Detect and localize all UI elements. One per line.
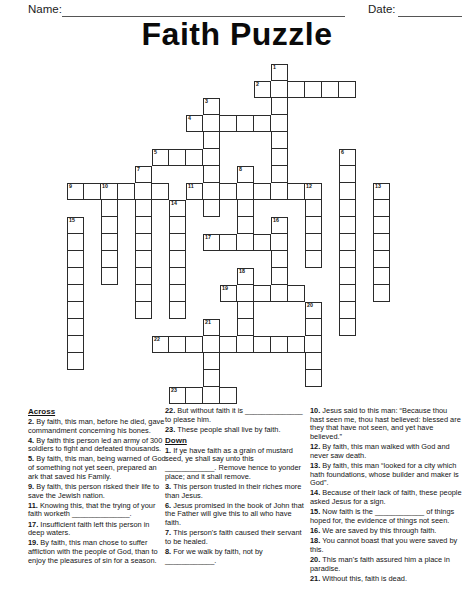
grid-cell[interactable] xyxy=(305,251,322,268)
grid-cell[interactable] xyxy=(305,336,322,353)
grid-cell[interactable] xyxy=(203,200,220,217)
grid-cell[interactable] xyxy=(186,387,203,404)
grid-cell[interactable] xyxy=(271,166,288,183)
clue-item: 6. Jesus promised in the book of John th… xyxy=(165,502,307,528)
grid-cell[interactable] xyxy=(288,285,305,302)
grid-cell[interactable] xyxy=(305,200,322,217)
grid-cell[interactable] xyxy=(271,285,288,302)
clue-item: 14. Because of their lack of faith, thes… xyxy=(310,489,462,506)
grid-cell[interactable]: 14 xyxy=(169,200,186,217)
grid-cell[interactable] xyxy=(135,285,152,302)
grid-cell[interactable] xyxy=(373,200,390,217)
down-clues-list-2: 10. Jesus said to this man: “Because tho… xyxy=(310,407,462,583)
grid-cell[interactable] xyxy=(271,98,288,115)
grid-cell[interactable] xyxy=(254,183,271,200)
grid-cell[interactable] xyxy=(67,336,84,353)
grid-cell[interactable] xyxy=(271,268,288,285)
down-heading: Down xyxy=(165,436,307,445)
grid-cell[interactable] xyxy=(67,319,84,336)
grid-cell[interactable] xyxy=(339,183,356,200)
cell-number: 15 xyxy=(69,218,75,223)
grid-cell[interactable] xyxy=(101,268,118,285)
grid-cell[interactable] xyxy=(288,81,305,98)
grid-cell[interactable] xyxy=(373,234,390,251)
cell-number: 7 xyxy=(137,167,140,172)
clue-item: 10. Jesus said to this man: “Because tho… xyxy=(310,407,462,442)
grid-cell[interactable] xyxy=(135,234,152,251)
clue-item: 8. For we walk by faith, not by ________… xyxy=(165,548,307,565)
grid-cell[interactable] xyxy=(169,217,186,234)
name-label: Name: xyxy=(28,3,62,15)
clue-item: 15. Now faith is the ____________ of thi… xyxy=(310,508,462,525)
grid-cell[interactable] xyxy=(271,336,288,353)
cell-number: 13 xyxy=(375,184,381,189)
grid-cell[interactable] xyxy=(169,149,186,166)
grid-cell[interactable] xyxy=(237,217,254,234)
grid-cell[interactable] xyxy=(169,268,186,285)
grid-cell[interactable] xyxy=(220,115,237,132)
grid-cell[interactable] xyxy=(271,115,288,132)
page-title: Faith Puzzle xyxy=(0,16,474,53)
grid-cell[interactable] xyxy=(237,234,254,251)
cell-number: 4 xyxy=(188,116,191,121)
grid-cell[interactable] xyxy=(288,183,305,200)
grid-cell[interactable]: 15 xyxy=(67,217,84,234)
grid-cell[interactable] xyxy=(101,251,118,268)
grid-cell[interactable] xyxy=(203,336,220,353)
cell-number: 12 xyxy=(306,184,312,189)
grid-cell[interactable] xyxy=(67,302,84,319)
cell-number: 3 xyxy=(205,99,208,104)
grid-cell[interactable] xyxy=(339,81,356,98)
grid-cell[interactable] xyxy=(237,115,254,132)
grid-cell[interactable] xyxy=(203,183,220,200)
grid-cell[interactable] xyxy=(271,149,288,166)
grid-cell[interactable] xyxy=(254,115,271,132)
grid-cell[interactable]: 3 xyxy=(203,98,220,115)
clue-item: 12. By faith, this man walked with God a… xyxy=(310,443,462,460)
cell-number: 11 xyxy=(188,184,194,189)
grid-cell[interactable] xyxy=(203,115,220,132)
grid-cell[interactable] xyxy=(305,353,322,370)
clue-item: 22. But without faith it is ____________… xyxy=(165,407,307,424)
cell-number: 22 xyxy=(154,337,160,342)
grid-cell[interactable] xyxy=(203,132,220,149)
grid-cell[interactable] xyxy=(237,319,254,336)
grid-cell[interactable] xyxy=(373,251,390,268)
grid-cell[interactable] xyxy=(339,234,356,251)
grid-cell[interactable] xyxy=(67,234,84,251)
grid-cell[interactable] xyxy=(237,336,254,353)
grid-cell[interactable] xyxy=(237,183,254,200)
grid-cell[interactable] xyxy=(271,81,288,98)
grid-cell[interactable]: 11 xyxy=(186,183,203,200)
grid-cell[interactable] xyxy=(186,336,203,353)
grid-cell[interactable] xyxy=(169,234,186,251)
grid-cell[interactable] xyxy=(220,183,237,200)
grid-cell[interactable] xyxy=(305,81,322,98)
clue-item: 1. If ye have faith as a grain of mustar… xyxy=(165,447,307,482)
grid-cell[interactable] xyxy=(135,183,152,200)
grid-cell[interactable]: 1 xyxy=(271,64,288,81)
grid-cell[interactable] xyxy=(373,268,390,285)
worksheet-page: Name: Date: Faith Puzzle 123456789101112… xyxy=(0,0,474,613)
grid-cell[interactable] xyxy=(288,336,305,353)
grid-cell[interactable] xyxy=(305,217,322,234)
grid-cell[interactable] xyxy=(84,183,101,200)
cell-number: 21 xyxy=(205,320,211,325)
grid-cell[interactable] xyxy=(220,234,237,251)
clue-item: 20. This man's faith assured him a place… xyxy=(310,556,462,573)
cell-number: 18 xyxy=(239,269,245,274)
across-clues-list-1: 2. By faith, this man, before he died, g… xyxy=(28,418,166,566)
grid-cell[interactable]: 6 xyxy=(339,149,356,166)
grid-cell[interactable]: 17 xyxy=(203,234,220,251)
grid-cell[interactable]: 22 xyxy=(152,336,169,353)
grid-cell[interactable] xyxy=(203,353,220,370)
grid-cell[interactable] xyxy=(101,217,118,234)
cell-number: 9 xyxy=(69,184,72,189)
grid-cell[interactable] xyxy=(169,336,186,353)
grid-cell[interactable] xyxy=(169,302,186,319)
clue-item: 17. Insufficient faith left this person … xyxy=(28,521,166,538)
clue-column-left: Across 2. By faith, this man, before he … xyxy=(28,407,166,567)
clue-item: 5. By faith, this man, being warned of G… xyxy=(28,455,166,481)
clue-item: 11. Knowing this, that the trying of you… xyxy=(28,502,166,519)
date-label: Date: xyxy=(368,3,396,15)
grid-cell[interactable] xyxy=(101,200,118,217)
grid-cell[interactable] xyxy=(254,285,271,302)
clue-item: 13. By faith, this man “looked for a cit… xyxy=(310,462,462,488)
clue-item: 3. This person trusted in their riches m… xyxy=(165,483,307,500)
cell-number: 1 xyxy=(273,65,276,70)
grid-cell[interactable] xyxy=(135,268,152,285)
cell-number: 14 xyxy=(171,201,177,206)
grid-cell[interactable] xyxy=(271,183,288,200)
grid-cell[interactable]: 2 xyxy=(254,81,271,98)
clue-item: 23. These people shall live by faith. xyxy=(165,426,307,435)
grid-cell[interactable] xyxy=(220,387,237,404)
grid-cell[interactable] xyxy=(339,319,356,336)
clue-item: 4. By faith this person led an army of 3… xyxy=(28,437,166,454)
cell-number: 20 xyxy=(307,303,313,308)
grid-cell[interactable]: 5 xyxy=(152,149,169,166)
grid-cell[interactable] xyxy=(305,370,322,387)
grid-cell[interactable] xyxy=(118,183,135,200)
grid-cell[interactable] xyxy=(322,81,339,98)
grid-cell[interactable] xyxy=(271,132,288,149)
grid-cell[interactable] xyxy=(237,302,254,319)
grid-cell[interactable] xyxy=(339,200,356,217)
cell-number: 8 xyxy=(239,167,242,172)
across-heading: Across xyxy=(28,407,166,416)
clue-item: 2. By faith, this man, before he died, g… xyxy=(28,418,166,435)
down-clues-list-1: 1. If ye have faith as a grain of mustar… xyxy=(165,447,307,566)
grid-cell[interactable]: 13 xyxy=(373,183,390,200)
grid-cell[interactable] xyxy=(305,319,322,336)
grid-cell[interactable] xyxy=(203,387,220,404)
grid-cell[interactable] xyxy=(339,268,356,285)
clue-item: 16. We are saved by this through faith. xyxy=(310,527,462,536)
grid-cell[interactable] xyxy=(186,149,203,166)
grid-cell[interactable] xyxy=(67,353,84,370)
grid-cell[interactable] xyxy=(203,166,220,183)
grid-cell[interactable] xyxy=(67,251,84,268)
grid-cell[interactable] xyxy=(169,251,186,268)
crossword-grid: 1234567891011121314151617181920212223 xyxy=(67,64,390,404)
grid-cell[interactable] xyxy=(67,285,84,302)
grid-cell[interactable] xyxy=(135,251,152,268)
cell-number: 23 xyxy=(171,388,177,393)
grid-cell[interactable] xyxy=(339,166,356,183)
grid-cell[interactable]: 8 xyxy=(237,166,254,183)
grid-cell[interactable]: 23 xyxy=(169,387,186,404)
grid-cell[interactable] xyxy=(373,285,390,302)
grid-cell[interactable] xyxy=(135,302,152,319)
grid-cell[interactable] xyxy=(135,217,152,234)
grid-cell[interactable] xyxy=(339,285,356,302)
grid-cell[interactable] xyxy=(271,251,288,268)
grid-cell[interactable] xyxy=(271,234,288,251)
grid-cell[interactable] xyxy=(67,268,84,285)
cell-number: 17 xyxy=(205,235,211,240)
grid-cell[interactable] xyxy=(373,217,390,234)
clue-item: 21. Without this, faith is dead. xyxy=(310,575,462,584)
grid-cell[interactable] xyxy=(203,370,220,387)
grid-cell[interactable] xyxy=(254,234,271,251)
grid-cell[interactable]: 16 xyxy=(271,217,288,234)
cell-number: 10 xyxy=(102,184,108,189)
grid-cell[interactable] xyxy=(237,200,254,217)
grid-cell[interactable]: 12 xyxy=(305,183,322,200)
cell-number: 19 xyxy=(222,286,228,291)
clue-item: 19. By faith, this man chose to suffer a… xyxy=(28,539,166,565)
grid-cell[interactable] xyxy=(135,200,152,217)
grid-cell[interactable]: 10 xyxy=(101,183,118,200)
grid-cell[interactable]: 4 xyxy=(186,115,203,132)
grid-cell[interactable] xyxy=(254,336,271,353)
cell-number: 2 xyxy=(256,82,259,87)
grid-cell[interactable] xyxy=(339,217,356,234)
grid-cell[interactable]: 18 xyxy=(237,268,254,285)
across-clues-list-2: 22. But without faith it is ____________… xyxy=(165,407,307,434)
clue-column-middle: 22. But without faith it is ____________… xyxy=(165,407,307,567)
grid-cell[interactable]: 21 xyxy=(203,319,220,336)
grid-cell[interactable]: 9 xyxy=(67,183,84,200)
grid-cell[interactable] xyxy=(339,251,356,268)
cell-number: 6 xyxy=(341,150,344,155)
cell-number: 5 xyxy=(154,150,157,155)
grid-cell[interactable] xyxy=(220,336,237,353)
grid-cell[interactable] xyxy=(152,183,169,200)
grid-cell[interactable] xyxy=(203,149,220,166)
grid-cell[interactable]: 20 xyxy=(305,302,322,319)
cell-number: 16 xyxy=(273,218,279,223)
grid-cell[interactable]: 19 xyxy=(220,285,237,302)
clue-item: 9. By faith, this person risked their li… xyxy=(28,483,166,500)
grid-cell[interactable] xyxy=(237,285,254,302)
grid-cell[interactable] xyxy=(169,285,186,302)
clue-column-right: 10. Jesus said to this man: “Because tho… xyxy=(310,407,462,585)
grid-cell[interactable] xyxy=(339,302,356,319)
clue-item: 7. This person's faith caused their serv… xyxy=(165,529,307,546)
grid-cell[interactable] xyxy=(101,234,118,251)
grid-cell[interactable]: 7 xyxy=(135,166,152,183)
clue-item: 18. You cannot boast that you were saved… xyxy=(310,537,462,554)
grid-cell[interactable] xyxy=(305,234,322,251)
